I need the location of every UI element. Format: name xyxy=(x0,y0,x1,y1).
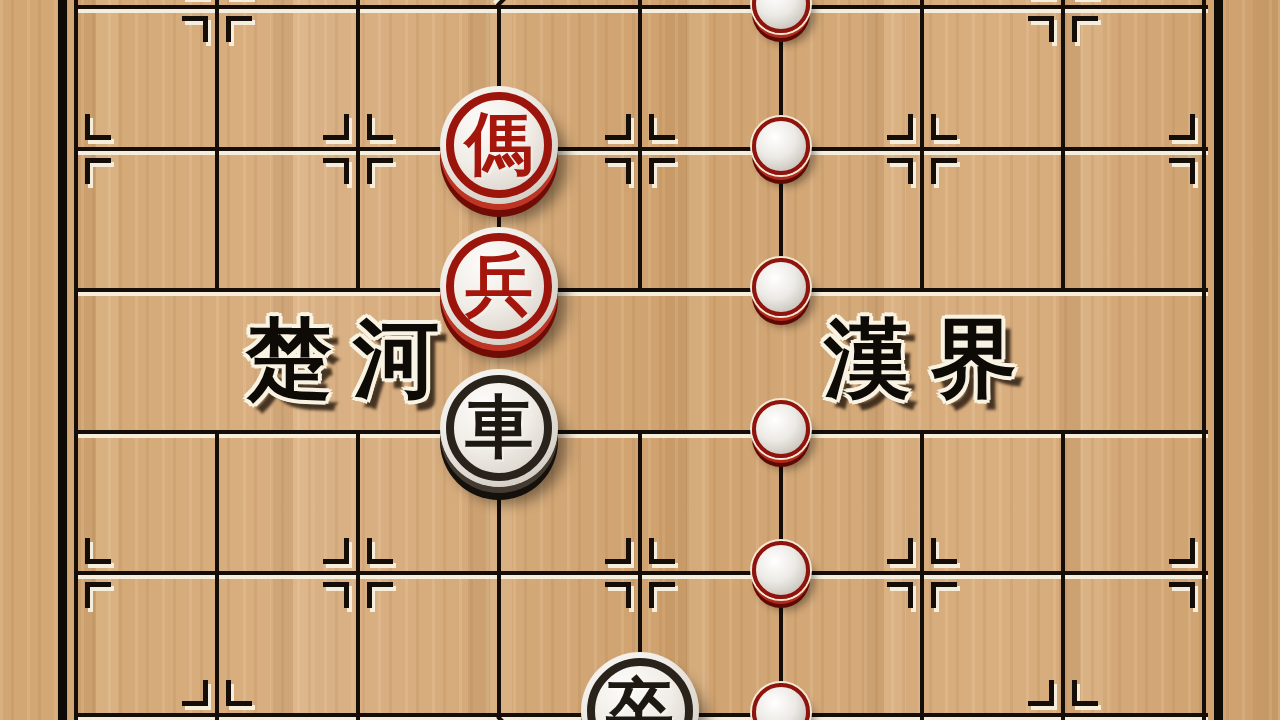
grid-rank-line-6 xyxy=(76,430,1208,434)
grid-file-line-9 xyxy=(1202,0,1206,720)
position-marker-7-7 xyxy=(931,538,957,564)
move-marker-dot-f6-r3[interactable] xyxy=(752,0,810,33)
position-marker-5-7 xyxy=(605,538,631,564)
position-marker-3-7 xyxy=(367,582,393,608)
position-marker-1-7 xyxy=(85,538,111,564)
position-marker-9-4 xyxy=(1169,158,1195,184)
position-marker-1-7 xyxy=(85,582,111,608)
piece-red-soldier[interactable]: 兵 xyxy=(440,227,558,345)
grid-rank-line-7 xyxy=(76,571,1208,575)
position-marker-2-3 xyxy=(182,16,208,42)
xiangqi-game-view: 楚河 漢界 傌兵車卒 xyxy=(0,0,1280,720)
position-marker-3-4 xyxy=(367,114,393,140)
grid-file-line-7-top xyxy=(920,0,924,290)
move-marker-dot-f6-r6[interactable] xyxy=(752,400,810,458)
position-marker-5-4 xyxy=(649,114,675,140)
grid-rank-line-3 xyxy=(76,5,1208,9)
board-border-right xyxy=(1214,0,1223,720)
position-marker-9-4 xyxy=(1169,114,1195,140)
piece-glyph-red-horse: 傌 xyxy=(465,109,533,181)
position-marker-7-4 xyxy=(931,114,957,140)
board-border-left xyxy=(58,0,67,720)
position-marker-7-7 xyxy=(887,538,913,564)
position-marker-1-4 xyxy=(85,158,111,184)
grid-file-line-2-top xyxy=(215,0,219,290)
grid-file-line-3-bottom xyxy=(356,432,360,720)
position-marker-3-4 xyxy=(367,158,393,184)
position-marker-9-7 xyxy=(1169,538,1195,564)
river-label-chu-he: 楚河 xyxy=(246,315,460,401)
grid-file-line-5-top xyxy=(638,0,642,290)
position-marker-7-7 xyxy=(931,582,957,608)
position-marker-2-8 xyxy=(226,680,252,706)
position-marker-1-4 xyxy=(85,114,111,140)
move-marker-dot-f6-r4[interactable] xyxy=(752,117,810,175)
grid-rank-line-5 xyxy=(76,288,1208,292)
position-marker-5-4 xyxy=(605,114,631,140)
grid-file-line-3-top xyxy=(356,0,360,290)
position-marker-5-4 xyxy=(649,158,675,184)
position-marker-8-3 xyxy=(1028,16,1054,42)
position-marker-2-3 xyxy=(226,16,252,42)
position-marker-5-7 xyxy=(649,582,675,608)
position-marker-5-7 xyxy=(649,538,675,564)
xiangqi-board: 楚河 漢界 傌兵車卒 xyxy=(0,0,1280,720)
position-marker-3-7 xyxy=(323,582,349,608)
position-marker-5-7 xyxy=(605,582,631,608)
grid-file-line-7-bottom xyxy=(920,432,924,720)
position-marker-7-4 xyxy=(887,114,913,140)
position-marker-8-8 xyxy=(1072,680,1098,706)
grid-file-line-8-bottom xyxy=(1061,432,1065,720)
grid-file-line-2-bottom xyxy=(215,432,219,720)
position-marker-3-4 xyxy=(323,158,349,184)
river-label-han-jie: 漢界 xyxy=(824,315,1038,401)
position-marker-8-3 xyxy=(1072,16,1098,42)
position-marker-3-7 xyxy=(323,538,349,564)
piece-red-horse[interactable]: 傌 xyxy=(440,86,558,204)
piece-glyph-black-soldier: 卒 xyxy=(606,675,674,720)
move-marker-dot-f6-r5[interactable] xyxy=(752,258,810,316)
position-marker-3-7 xyxy=(367,538,393,564)
grid-file-line-1 xyxy=(74,0,78,720)
position-marker-7-4 xyxy=(887,158,913,184)
grid-rank-line-4 xyxy=(76,147,1208,151)
piece-glyph-red-soldier: 兵 xyxy=(465,250,533,322)
position-marker-3-4 xyxy=(323,114,349,140)
position-marker-7-4 xyxy=(931,158,957,184)
piece-glyph-black-chariot: 車 xyxy=(465,392,533,464)
position-marker-7-7 xyxy=(887,582,913,608)
move-marker-dot-f6-r8[interactable] xyxy=(752,683,810,720)
move-marker-dot-f6-r7[interactable] xyxy=(752,541,810,599)
position-marker-8-8 xyxy=(1028,680,1054,706)
position-marker-9-7 xyxy=(1169,582,1195,608)
position-marker-5-4 xyxy=(605,158,631,184)
position-marker-2-8 xyxy=(182,680,208,706)
piece-black-chariot[interactable]: 車 xyxy=(440,369,558,487)
piece-black-soldier[interactable]: 卒 xyxy=(581,652,699,720)
grid-file-line-8-top xyxy=(1061,0,1065,290)
